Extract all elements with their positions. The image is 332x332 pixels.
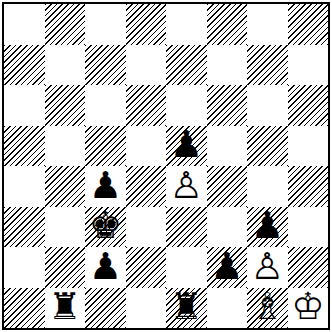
- square-e3[interactable]: [166, 207, 207, 248]
- square-e7[interactable]: [166, 45, 207, 86]
- piece-black-pawn: ♟: [89, 248, 122, 285]
- square-h8[interactable]: [288, 4, 329, 45]
- square-d7[interactable]: [126, 45, 167, 86]
- square-a8[interactable]: [4, 4, 45, 45]
- square-h2[interactable]: [288, 247, 329, 288]
- square-d5[interactable]: [126, 126, 167, 167]
- square-g3[interactable]: ♟: [247, 207, 288, 248]
- square-c7[interactable]: [85, 45, 126, 86]
- square-f2[interactable]: ♟: [207, 247, 248, 288]
- square-d8[interactable]: [126, 4, 167, 45]
- square-b7[interactable]: [45, 45, 86, 86]
- square-g5[interactable]: [247, 126, 288, 167]
- square-a2[interactable]: [4, 247, 45, 288]
- square-g8[interactable]: [247, 4, 288, 45]
- piece-black-pawn: ♟: [210, 248, 243, 285]
- square-e5[interactable]: ♟: [166, 126, 207, 167]
- piece-black-rook: ♜: [48, 288, 81, 325]
- square-c8[interactable]: [85, 4, 126, 45]
- square-c3[interactable]: ♚: [85, 207, 126, 248]
- square-h1[interactable]: ♔: [288, 288, 329, 329]
- square-h6[interactable]: [288, 85, 329, 126]
- square-h3[interactable]: [288, 207, 329, 248]
- square-h4[interactable]: [288, 166, 329, 207]
- piece-white-pawn: ♙: [251, 248, 284, 285]
- square-g2[interactable]: ♙: [247, 247, 288, 288]
- piece-black-pawn: ♟: [170, 126, 203, 163]
- square-b3[interactable]: [45, 207, 86, 248]
- piece-white-king: ♔: [291, 288, 324, 325]
- square-d6[interactable]: [126, 85, 167, 126]
- square-b1[interactable]: ♜: [45, 288, 86, 329]
- square-b5[interactable]: [45, 126, 86, 167]
- square-e6[interactable]: [166, 85, 207, 126]
- square-f4[interactable]: [207, 166, 248, 207]
- square-f5[interactable]: [207, 126, 248, 167]
- square-g6[interactable]: [247, 85, 288, 126]
- square-a3[interactable]: [4, 207, 45, 248]
- square-b8[interactable]: [45, 4, 86, 45]
- square-a1[interactable]: [4, 288, 45, 329]
- square-f6[interactable]: [207, 85, 248, 126]
- square-d4[interactable]: [126, 166, 167, 207]
- board-border: ♟♟♙♚♟♟♟♙♜♜♗♔: [2, 2, 330, 330]
- square-d2[interactable]: [126, 247, 167, 288]
- piece-black-pawn: ♟: [89, 167, 122, 204]
- square-g7[interactable]: [247, 45, 288, 86]
- square-f7[interactable]: [207, 45, 248, 86]
- square-e4[interactable]: ♙: [166, 166, 207, 207]
- square-b4[interactable]: [45, 166, 86, 207]
- square-e8[interactable]: [166, 4, 207, 45]
- square-e2[interactable]: [166, 247, 207, 288]
- square-f1[interactable]: [207, 288, 248, 329]
- square-d1[interactable]: [126, 288, 167, 329]
- square-a6[interactable]: [4, 85, 45, 126]
- square-a7[interactable]: [4, 45, 45, 86]
- square-b6[interactable]: [45, 85, 86, 126]
- square-a4[interactable]: [4, 166, 45, 207]
- chessboard: ♟♟♙♚♟♟♟♙♜♜♗♔: [4, 4, 328, 328]
- piece-black-rook: ♜: [170, 288, 203, 325]
- square-e1[interactable]: ♜: [166, 288, 207, 329]
- square-g1[interactable]: ♗: [247, 288, 288, 329]
- square-g4[interactable]: [247, 166, 288, 207]
- square-c1[interactable]: [85, 288, 126, 329]
- square-c6[interactable]: [85, 85, 126, 126]
- square-a5[interactable]: [4, 126, 45, 167]
- square-f3[interactable]: [207, 207, 248, 248]
- square-h7[interactable]: [288, 45, 329, 86]
- square-b2[interactable]: [45, 247, 86, 288]
- square-h5[interactable]: [288, 126, 329, 167]
- square-c4[interactable]: ♟: [85, 166, 126, 207]
- piece-white-bishop: ♗: [251, 288, 284, 325]
- square-c5[interactable]: [85, 126, 126, 167]
- board-frame: ♟♟♙♚♟♟♟♙♜♜♗♔: [0, 0, 332, 332]
- piece-black-pawn: ♟: [251, 207, 284, 244]
- square-c2[interactable]: ♟: [85, 247, 126, 288]
- square-f8[interactable]: [207, 4, 248, 45]
- square-d3[interactable]: [126, 207, 167, 248]
- piece-white-pawn: ♙: [170, 167, 203, 204]
- piece-black-king: ♚: [89, 207, 122, 244]
